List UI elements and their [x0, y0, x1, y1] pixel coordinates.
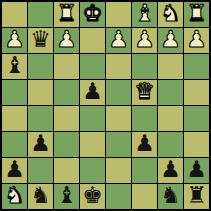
black-pawn-icon: ♟: [30, 132, 51, 155]
square-b3[interactable]: [158, 54, 183, 79]
square-b5[interactable]: [158, 106, 183, 131]
square-b6[interactable]: [158, 132, 183, 157]
square-h3[interactable]: ♝: [2, 54, 27, 79]
white-pawn-icon: ♟: [56, 28, 77, 51]
square-g1[interactable]: [28, 2, 53, 27]
square-h1[interactable]: [2, 2, 27, 27]
square-c2[interactable]: ♟: [132, 28, 157, 53]
square-d5[interactable]: [106, 106, 131, 131]
chess-board: ♜♚♝♞♜♟♛♟♟♟♟♟♝♟♛♟♟♟♟♟♞♞♝♚♞♜: [0, 0, 211, 211]
square-d2[interactable]: ♟: [106, 28, 131, 53]
black-pawn-icon: ♟: [4, 158, 25, 181]
black-pawn-icon: ♟: [160, 158, 181, 181]
white-pawn-icon: ♟: [134, 28, 155, 51]
square-a3[interactable]: [184, 54, 209, 79]
square-a6[interactable]: [184, 132, 209, 157]
square-e8[interactable]: ♚: [80, 184, 105, 209]
square-c5[interactable]: [132, 106, 157, 131]
square-g8[interactable]: ♞: [28, 184, 53, 209]
square-d7[interactable]: [106, 158, 131, 183]
square-a1[interactable]: ♜: [184, 2, 209, 27]
white-rook-icon: ♜: [56, 2, 77, 25]
square-f5[interactable]: [54, 106, 79, 131]
black-knight-icon: ♞: [160, 184, 181, 207]
square-d4[interactable]: [106, 80, 131, 105]
square-g3[interactable]: [28, 54, 53, 79]
black-pawn-icon: ♟: [82, 80, 103, 103]
square-e5[interactable]: [80, 106, 105, 131]
square-f6[interactable]: [54, 132, 79, 157]
square-c3[interactable]: [132, 54, 157, 79]
square-g6[interactable]: ♟: [28, 132, 53, 157]
square-h2[interactable]: ♟: [2, 28, 27, 53]
square-b1[interactable]: ♞: [158, 2, 183, 27]
square-e4[interactable]: ♟: [80, 80, 105, 105]
white-bishop-icon: ♝: [134, 2, 155, 25]
square-a4[interactable]: [184, 80, 209, 105]
square-f8[interactable]: ♝: [54, 184, 79, 209]
square-h5[interactable]: [2, 106, 27, 131]
white-pawn-icon: ♟: [4, 28, 25, 51]
square-e3[interactable]: [80, 54, 105, 79]
square-f1[interactable]: ♜: [54, 2, 79, 27]
square-b2[interactable]: ♟: [158, 28, 183, 53]
black-knight-icon: ♞: [30, 184, 51, 207]
white-pawn-icon: ♟: [160, 28, 181, 51]
square-g5[interactable]: [28, 106, 53, 131]
square-e1[interactable]: ♚: [80, 2, 105, 27]
square-f3[interactable]: [54, 54, 79, 79]
square-c6[interactable]: ♟: [132, 132, 157, 157]
square-a8[interactable]: ♜: [184, 184, 209, 209]
square-d8[interactable]: [106, 184, 131, 209]
white-queen-icon: ♛: [134, 80, 155, 103]
square-a2[interactable]: ♟: [184, 28, 209, 53]
white-pawn-icon: ♟: [186, 28, 207, 51]
white-knight-icon: ♞: [4, 184, 25, 207]
black-queen-icon: ♛: [30, 28, 51, 51]
square-f7[interactable]: [54, 158, 79, 183]
black-pawn-icon: ♟: [186, 158, 207, 181]
square-e7[interactable]: [80, 158, 105, 183]
black-pawn-icon: ♟: [134, 132, 155, 155]
square-d1[interactable]: [106, 2, 131, 27]
square-g7[interactable]: [28, 158, 53, 183]
white-knight-icon: ♞: [160, 2, 181, 25]
square-g4[interactable]: [28, 80, 53, 105]
black-king-icon: ♚: [82, 184, 103, 207]
square-b4[interactable]: [158, 80, 183, 105]
square-c4[interactable]: ♛: [132, 80, 157, 105]
square-h7[interactable]: ♟: [2, 158, 27, 183]
square-d3[interactable]: [106, 54, 131, 79]
square-e2[interactable]: [80, 28, 105, 53]
square-b7[interactable]: ♟: [158, 158, 183, 183]
black-rook-icon: ♜: [186, 184, 207, 207]
square-g2[interactable]: ♛: [28, 28, 53, 53]
square-h8[interactable]: ♞: [2, 184, 27, 209]
square-a5[interactable]: [184, 106, 209, 131]
square-e6[interactable]: [80, 132, 105, 157]
square-h4[interactable]: [2, 80, 27, 105]
square-c1[interactable]: ♝: [132, 2, 157, 27]
square-c8[interactable]: [132, 184, 157, 209]
square-h6[interactable]: [2, 132, 27, 157]
square-f4[interactable]: [54, 80, 79, 105]
square-a7[interactable]: ♟: [184, 158, 209, 183]
square-d6[interactable]: [106, 132, 131, 157]
black-bishop-icon: ♝: [56, 184, 77, 207]
white-king-icon: ♚: [82, 2, 103, 25]
white-rook-icon: ♜: [186, 2, 207, 25]
white-pawn-icon: ♟: [108, 28, 129, 51]
square-f2[interactable]: ♟: [54, 28, 79, 53]
square-c7[interactable]: [132, 158, 157, 183]
square-b8[interactable]: ♞: [158, 184, 183, 209]
black-bishop-icon: ♝: [4, 54, 25, 77]
